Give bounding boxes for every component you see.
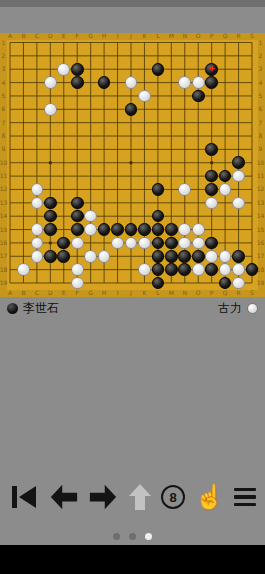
page-indicator[interactable]: [0, 533, 265, 540]
black-stone: +: [205, 63, 218, 76]
white-stone: [111, 237, 124, 250]
black-stone: [165, 237, 178, 250]
black-stone: [232, 156, 245, 169]
white-stone: [44, 76, 57, 89]
white-stone: [98, 250, 111, 263]
black-stone: [71, 76, 84, 89]
black-stone: [205, 263, 218, 276]
move-number-button[interactable]: 8: [161, 485, 185, 509]
white-stone-icon: [247, 303, 258, 314]
navigation-toolbar: 8 ☝: [0, 478, 265, 516]
white-stone: [205, 197, 218, 210]
black-stone: [152, 223, 165, 236]
black-stone: [192, 250, 205, 263]
black-stone: [44, 210, 57, 223]
white-stone: [138, 263, 151, 276]
last-move-marker: +: [208, 64, 216, 73]
white-stone: [71, 277, 84, 290]
white-stone: [44, 103, 57, 116]
home-bar: [0, 545, 265, 574]
black-stone: [205, 76, 218, 89]
white-stone: [178, 183, 191, 196]
white-stone: [192, 263, 205, 276]
up-button[interactable]: [128, 483, 152, 511]
white-stone: [71, 263, 84, 276]
next-move-button[interactable]: [88, 483, 118, 511]
white-stone: [232, 263, 245, 276]
white-stone: [232, 197, 245, 210]
black-stone: [44, 250, 57, 263]
white-stone: [17, 263, 30, 276]
jump-to-start-button[interactable]: [9, 483, 39, 511]
black-stone: [125, 223, 138, 236]
arrow-up-icon: [128, 483, 152, 511]
black-stone: [178, 263, 191, 276]
white-player: 古力: [218, 300, 258, 317]
white-stone: [178, 76, 191, 89]
white-player-name: 古力: [218, 300, 242, 317]
white-stone: [192, 76, 205, 89]
white-stone: [178, 223, 191, 236]
black-stone: [98, 223, 111, 236]
black-stone: [71, 210, 84, 223]
black-stone: [152, 183, 165, 196]
black-stone: [192, 90, 205, 103]
black-stone-icon: [7, 303, 18, 314]
white-stone: [232, 277, 245, 290]
white-stone: [219, 250, 232, 263]
jump-to-start-icon: [9, 483, 39, 511]
white-stone: [232, 170, 245, 183]
menu-button[interactable]: [234, 488, 256, 507]
hand-tool-button[interactable]: ☝: [195, 485, 225, 509]
black-stone: [71, 197, 84, 210]
arrow-left-icon: [49, 483, 79, 511]
black-stone: [152, 263, 165, 276]
black-stone: [71, 223, 84, 236]
white-stone: [84, 223, 97, 236]
black-stone: [165, 263, 178, 276]
white-stone: [192, 223, 205, 236]
black-stone: [205, 183, 218, 196]
move-number-badge: 8: [161, 485, 185, 509]
black-stone: [71, 63, 84, 76]
black-stone: [246, 263, 259, 276]
page-dot: [129, 533, 136, 540]
white-stone: [31, 223, 44, 236]
hand-icon: ☝: [195, 485, 225, 509]
page-dot: [113, 533, 120, 540]
black-stone: [111, 223, 124, 236]
white-stone: [192, 237, 205, 250]
black-stone: [44, 223, 57, 236]
black-stone: [205, 237, 218, 250]
black-stone: [178, 250, 191, 263]
black-stone: [152, 250, 165, 263]
go-board[interactable]: AABBCCDDEEFFGGHHIIJJKKLLMMNNOOPPQQRRSS11…: [0, 33, 265, 297]
white-stone: [71, 237, 84, 250]
white-stone: [205, 250, 218, 263]
arrow-right-icon: [88, 483, 118, 511]
black-stone: [57, 250, 70, 263]
player-bar: 李世石 古力: [0, 297, 265, 319]
white-stone: [138, 237, 151, 250]
black-stone: [44, 197, 57, 210]
black-stone: [125, 103, 138, 116]
page-dot-active: [145, 533, 152, 540]
white-stone: [125, 76, 138, 89]
white-stone: [31, 183, 44, 196]
white-stone: [57, 63, 70, 76]
white-stone: [219, 183, 232, 196]
black-stone: [152, 63, 165, 76]
app-screen: AABBCCDDEEFFGGHHIIJJKKLLMMNNOOPPQQRRSS11…: [0, 0, 265, 574]
black-stone: [205, 143, 218, 156]
menu-icon: [234, 488, 256, 507]
previous-move-button[interactable]: [49, 483, 79, 511]
black-stone: [165, 223, 178, 236]
black-stone: [138, 223, 151, 236]
status-strip: [0, 0, 265, 7]
black-player: 李世石: [7, 300, 59, 317]
white-stone: [31, 250, 44, 263]
black-stone: [232, 250, 245, 263]
black-player-name: 李世石: [23, 300, 59, 317]
white-stone: [84, 250, 97, 263]
black-stone: [165, 250, 178, 263]
white-stone: [138, 90, 151, 103]
